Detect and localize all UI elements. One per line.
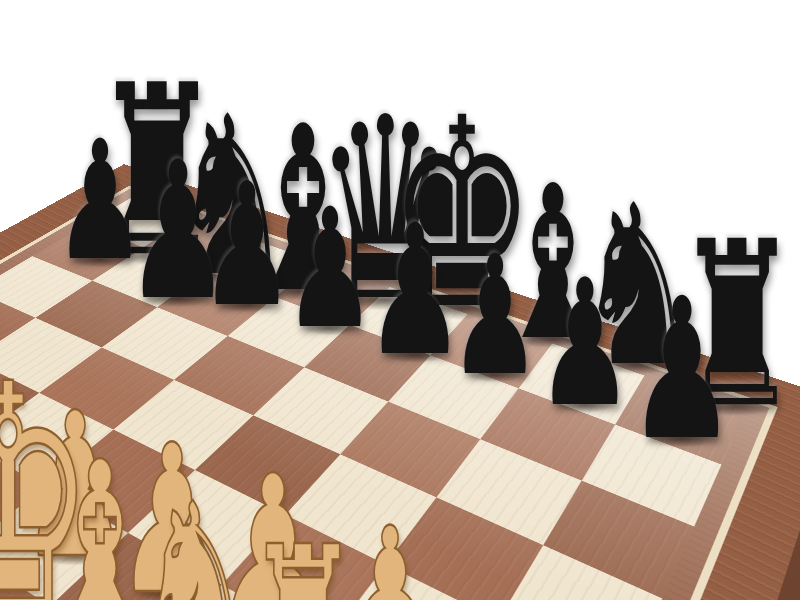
piece-black-pawn-f7: ♟ bbox=[449, 234, 541, 399]
piece-black-pawn-g7: ♟ bbox=[536, 256, 633, 431]
piece-black-pawn-c7: ♟ bbox=[200, 160, 294, 330]
piece-white-rook: ♜ bbox=[245, 519, 362, 600]
chess-set-photo: ♜♟♞♝♟♛♟♚♟♝♟♞♟♟♜♟♟♟♚♝♟♟♞♜ bbox=[0, 0, 800, 600]
pieces-layer: ♜♟♞♝♟♛♟♚♟♝♟♞♟♟♜♟♟♟♚♝♟♟♞♜ bbox=[0, 0, 800, 600]
piece-black-pawn-h7: ♟ bbox=[628, 272, 736, 467]
piece-white-knight: ♞ bbox=[137, 475, 257, 600]
piece-black-pawn-d7: ♟ bbox=[284, 187, 376, 352]
